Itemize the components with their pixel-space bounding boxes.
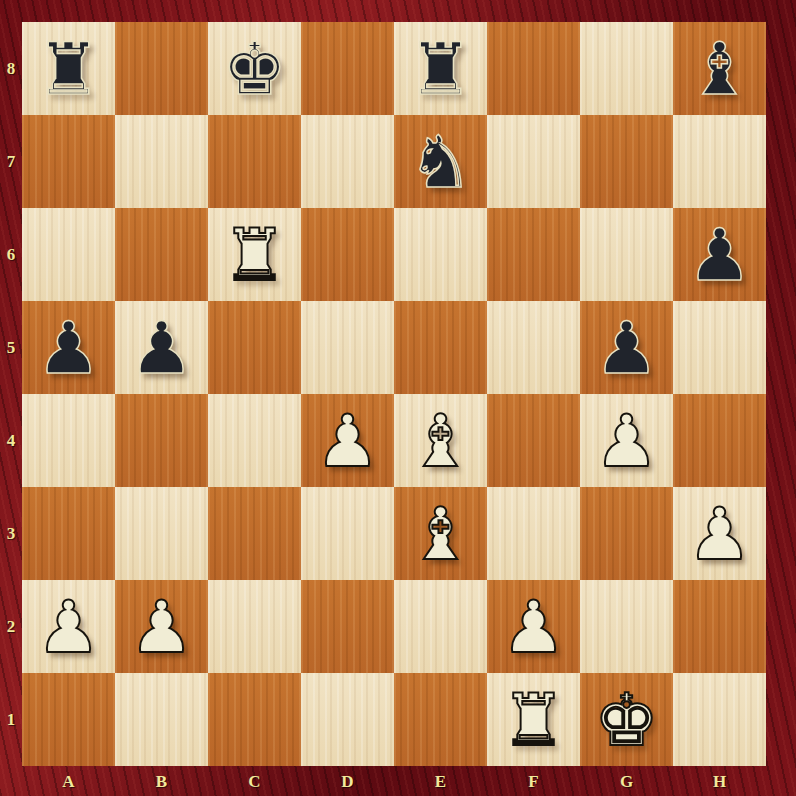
- square-b6[interactable]: [115, 208, 208, 301]
- square-h7[interactable]: [673, 115, 766, 208]
- rank-label-2: 2: [0, 580, 22, 673]
- square-f3[interactable]: [487, 487, 580, 580]
- piece-black-pawn[interactable]: ♟: [22, 301, 115, 394]
- square-h1[interactable]: [673, 673, 766, 766]
- file-label-B: B: [115, 767, 208, 796]
- piece-white-pawn[interactable]: ♟: [580, 394, 673, 487]
- rank-label-6: 6: [0, 208, 22, 301]
- square-d4[interactable]: ♟: [301, 394, 394, 487]
- square-g1[interactable]: ♚: [580, 673, 673, 766]
- piece-white-bishop[interactable]: ♝: [394, 394, 487, 487]
- square-f8[interactable]: [487, 22, 580, 115]
- square-g6[interactable]: [580, 208, 673, 301]
- rank-label-1: 1: [0, 673, 22, 766]
- square-c1[interactable]: [208, 673, 301, 766]
- piece-white-pawn[interactable]: ♟: [22, 580, 115, 673]
- piece-white-pawn[interactable]: ♟: [115, 580, 208, 673]
- piece-black-rook[interactable]: ♜: [22, 22, 115, 115]
- square-h4[interactable]: [673, 394, 766, 487]
- square-f4[interactable]: [487, 394, 580, 487]
- square-d1[interactable]: [301, 673, 394, 766]
- square-d6[interactable]: [301, 208, 394, 301]
- square-d8[interactable]: [301, 22, 394, 115]
- square-g5[interactable]: ♟: [580, 301, 673, 394]
- square-h5[interactable]: [673, 301, 766, 394]
- square-a7[interactable]: [22, 115, 115, 208]
- square-f2[interactable]: ♟: [487, 580, 580, 673]
- square-h2[interactable]: [673, 580, 766, 673]
- square-b8[interactable]: [115, 22, 208, 115]
- square-g7[interactable]: [580, 115, 673, 208]
- file-label-E: E: [394, 767, 487, 796]
- piece-black-pawn[interactable]: ♟: [673, 208, 766, 301]
- square-h8[interactable]: ♝: [673, 22, 766, 115]
- square-e6[interactable]: [394, 208, 487, 301]
- square-g2[interactable]: [580, 580, 673, 673]
- square-g8[interactable]: [580, 22, 673, 115]
- piece-white-rook[interactable]: ♜: [487, 673, 580, 766]
- file-label-C: C: [208, 767, 301, 796]
- piece-black-knight[interactable]: ♞: [394, 115, 487, 208]
- square-e5[interactable]: [394, 301, 487, 394]
- file-label-D: D: [301, 767, 394, 796]
- square-b1[interactable]: [115, 673, 208, 766]
- square-c2[interactable]: [208, 580, 301, 673]
- piece-white-rook[interactable]: ♜: [208, 208, 301, 301]
- piece-black-rook[interactable]: ♜: [394, 22, 487, 115]
- rank-label-7: 7: [0, 115, 22, 208]
- piece-black-pawn[interactable]: ♟: [115, 301, 208, 394]
- square-g4[interactable]: ♟: [580, 394, 673, 487]
- file-label-F: F: [487, 767, 580, 796]
- square-a6[interactable]: [22, 208, 115, 301]
- square-f7[interactable]: [487, 115, 580, 208]
- square-b3[interactable]: [115, 487, 208, 580]
- piece-white-bishop[interactable]: ♝: [394, 487, 487, 580]
- square-b2[interactable]: ♟: [115, 580, 208, 673]
- square-c4[interactable]: [208, 394, 301, 487]
- piece-black-king[interactable]: ♚: [208, 22, 301, 115]
- board-frame: ♜♚♜♝♞♜♟♟♟♟♟♝♟♝♟♟♟♟♜♚ 87654321 ABCDEFGH: [0, 0, 796, 796]
- square-a4[interactable]: [22, 394, 115, 487]
- square-e2[interactable]: [394, 580, 487, 673]
- piece-black-pawn[interactable]: ♟: [580, 301, 673, 394]
- square-b5[interactable]: ♟: [115, 301, 208, 394]
- square-f5[interactable]: [487, 301, 580, 394]
- file-label-G: G: [580, 767, 673, 796]
- square-e3[interactable]: ♝: [394, 487, 487, 580]
- square-b7[interactable]: [115, 115, 208, 208]
- piece-white-king[interactable]: ♚: [580, 673, 673, 766]
- square-a8[interactable]: ♜: [22, 22, 115, 115]
- square-c6[interactable]: ♜: [208, 208, 301, 301]
- square-h3[interactable]: ♟: [673, 487, 766, 580]
- square-d3[interactable]: [301, 487, 394, 580]
- square-g3[interactable]: [580, 487, 673, 580]
- square-h6[interactable]: ♟: [673, 208, 766, 301]
- piece-white-pawn[interactable]: ♟: [673, 487, 766, 580]
- file-label-A: A: [22, 767, 115, 796]
- square-a3[interactable]: [22, 487, 115, 580]
- square-e8[interactable]: ♜: [394, 22, 487, 115]
- file-label-H: H: [673, 767, 766, 796]
- square-c5[interactable]: [208, 301, 301, 394]
- square-b4[interactable]: [115, 394, 208, 487]
- rank-label-4: 4: [0, 394, 22, 487]
- piece-black-bishop[interactable]: ♝: [673, 22, 766, 115]
- square-c3[interactable]: [208, 487, 301, 580]
- rank-label-8: 8: [0, 22, 22, 115]
- piece-white-pawn[interactable]: ♟: [487, 580, 580, 673]
- square-d7[interactable]: [301, 115, 394, 208]
- square-e1[interactable]: [394, 673, 487, 766]
- square-d5[interactable]: [301, 301, 394, 394]
- square-e4[interactable]: ♝: [394, 394, 487, 487]
- square-c8[interactable]: ♚: [208, 22, 301, 115]
- piece-white-pawn[interactable]: ♟: [301, 394, 394, 487]
- square-a5[interactable]: ♟: [22, 301, 115, 394]
- rank-label-3: 3: [0, 487, 22, 580]
- chess-board: ♜♚♜♝♞♜♟♟♟♟♟♝♟♝♟♟♟♟♜♚: [22, 22, 766, 766]
- square-e7[interactable]: ♞: [394, 115, 487, 208]
- rank-label-5: 5: [0, 301, 22, 394]
- square-c7[interactable]: [208, 115, 301, 208]
- square-f1[interactable]: ♜: [487, 673, 580, 766]
- square-d2[interactable]: [301, 580, 394, 673]
- square-a2[interactable]: ♟: [22, 580, 115, 673]
- square-f6[interactable]: [487, 208, 580, 301]
- square-a1[interactable]: [22, 673, 115, 766]
